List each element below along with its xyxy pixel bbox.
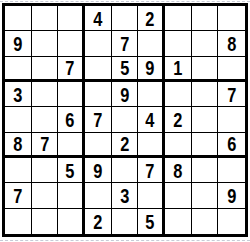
sudoku-cell-r6c1[interactable]: 8 — [5, 133, 32, 158]
sudoku-cell-r7c1[interactable] — [5, 158, 32, 183]
cell-digit: 6 — [227, 133, 236, 154]
sudoku-cell-r5c7[interactable]: 2 — [165, 107, 192, 132]
sudoku-cell-r6c7[interactable] — [165, 133, 192, 158]
sudoku-cell-r7c3[interactable]: 5 — [58, 158, 85, 183]
sudoku-cell-r2c3[interactable] — [58, 31, 85, 56]
cell-digit: 8 — [13, 133, 22, 154]
sudoku-cell-r3c5[interactable]: 5 — [112, 57, 139, 82]
sudoku-cell-r4c4[interactable] — [85, 82, 112, 107]
sudoku-cell-r9c2[interactable] — [32, 209, 59, 234]
sudoku-cell-r5c4[interactable]: 7 — [85, 107, 112, 132]
cell-digit: 8 — [227, 33, 236, 54]
sudoku-cell-r9c7[interactable] — [165, 209, 192, 234]
cell-digit: 7 — [93, 109, 102, 130]
cell-digit: 4 — [146, 109, 155, 130]
sudoku-cell-r2c5[interactable]: 7 — [112, 31, 139, 56]
cell-digit: 2 — [120, 133, 129, 154]
cell-digit: 5 — [120, 57, 129, 78]
sudoku-cell-r9c3[interactable] — [58, 209, 85, 234]
cell-digit: 5 — [66, 160, 75, 181]
sudoku-cell-r7c9[interactable] — [218, 158, 245, 183]
sudoku-cell-r1c8[interactable] — [192, 6, 219, 31]
cell-digit: 7 — [13, 185, 22, 206]
sudoku-cell-r2c4[interactable] — [85, 31, 112, 56]
cell-digit: 4 — [93, 8, 102, 29]
cell-digit: 9 — [13, 33, 22, 54]
sudoku-cell-r4c2[interactable] — [32, 82, 59, 107]
sudoku-cell-r7c7[interactable]: 8 — [165, 158, 192, 183]
sudoku-cell-r5c2[interactable] — [32, 107, 59, 132]
sudoku-cell-r1c5[interactable] — [112, 6, 139, 31]
sudoku-cell-r3c2[interactable] — [32, 57, 59, 82]
sudoku-cell-r4c1[interactable]: 3 — [5, 82, 32, 107]
sudoku-cell-r8c3[interactable] — [58, 183, 85, 208]
sudoku-cell-r3c6[interactable]: 9 — [138, 57, 165, 82]
sudoku-cell-r5c5[interactable] — [112, 107, 139, 132]
sudoku-cell-r9c6[interactable]: 5 — [138, 209, 165, 234]
sudoku-cell-r2c7[interactable] — [165, 31, 192, 56]
sudoku-cell-r1c9[interactable] — [218, 6, 245, 31]
sudoku-cell-r9c9[interactable] — [218, 209, 245, 234]
sudoku-cell-r9c1[interactable] — [5, 209, 32, 234]
cell-digit: 2 — [146, 8, 155, 29]
sudoku-cell-r6c6[interactable] — [138, 133, 165, 158]
cell-digit: 3 — [120, 185, 129, 206]
sudoku-board: 42978759139767428726597873925 — [2, 3, 248, 237]
sudoku-cell-r5c8[interactable] — [192, 107, 219, 132]
cell-digit: 7 — [40, 133, 49, 154]
cell-digit: 1 — [173, 57, 182, 78]
cell-digit: 3 — [13, 84, 22, 105]
sudoku-cell-r4c3[interactable] — [58, 82, 85, 107]
cell-digit: 8 — [173, 160, 182, 181]
sudoku-cell-r1c2[interactable] — [32, 6, 59, 31]
sudoku-cell-r6c8[interactable] — [192, 133, 219, 158]
sudoku-cell-r3c8[interactable] — [192, 57, 219, 82]
sudoku-cell-r4c9[interactable]: 7 — [218, 82, 245, 107]
cell-digit: 9 — [93, 160, 102, 181]
cell-digit: 5 — [146, 211, 155, 232]
sudoku-cell-r1c7[interactable] — [165, 6, 192, 31]
sudoku-cell-r2c2[interactable] — [32, 31, 59, 56]
sudoku-cell-r4c6[interactable] — [138, 82, 165, 107]
sudoku-cell-r8c9[interactable]: 9 — [218, 183, 245, 208]
sudoku-cell-r6c4[interactable] — [85, 133, 112, 158]
sudoku-cell-r9c8[interactable] — [192, 209, 219, 234]
sudoku-cell-r1c6[interactable]: 2 — [138, 6, 165, 31]
sudoku-cell-r6c3[interactable] — [58, 133, 85, 158]
sudoku-cell-r3c7[interactable]: 1 — [165, 57, 192, 82]
sudoku-cell-r2c8[interactable] — [192, 31, 219, 56]
sudoku-cell-r2c6[interactable] — [138, 31, 165, 56]
sudoku-cell-r4c5[interactable]: 9 — [112, 82, 139, 107]
sudoku-cell-r8c4[interactable] — [85, 183, 112, 208]
cell-digit: 7 — [66, 57, 75, 78]
sudoku-cell-r4c7[interactable] — [165, 82, 192, 107]
sudoku-cell-r8c5[interactable]: 3 — [112, 183, 139, 208]
sudoku-cell-r9c4[interactable]: 2 — [85, 209, 112, 234]
cell-digit: 7 — [146, 160, 155, 181]
cell-digit: 7 — [227, 84, 236, 105]
sudoku-cell-r5c6[interactable]: 4 — [138, 107, 165, 132]
sudoku-cell-r7c2[interactable] — [32, 158, 59, 183]
sudoku-cell-r6c2[interactable]: 7 — [32, 133, 59, 158]
sudoku-cell-r7c8[interactable] — [192, 158, 219, 183]
sudoku-cell-r8c7[interactable] — [165, 183, 192, 208]
sudoku-cell-r6c9[interactable]: 6 — [218, 133, 245, 158]
sudoku-cell-r5c1[interactable] — [5, 107, 32, 132]
sudoku-cell-r3c9[interactable] — [218, 57, 245, 82]
cell-digit: 2 — [93, 211, 102, 232]
sudoku-cell-r5c3[interactable]: 6 — [58, 107, 85, 132]
sudoku-cell-r5c9[interactable] — [218, 107, 245, 132]
sudoku-cell-r2c9[interactable]: 8 — [218, 31, 245, 56]
sudoku-cell-r9c5[interactable] — [112, 209, 139, 234]
spreadsheet-gridline-bottom — [0, 240, 250, 241]
cell-digit: 9 — [146, 57, 155, 78]
sudoku-cell-r2c1[interactable]: 9 — [5, 31, 32, 56]
sudoku-cell-r1c1[interactable] — [5, 6, 32, 31]
cell-digit: 7 — [120, 33, 129, 54]
sudoku-cell-r7c6[interactable]: 7 — [138, 158, 165, 183]
sudoku-cell-r8c1[interactable]: 7 — [5, 183, 32, 208]
sudoku-cell-r6c5[interactable]: 2 — [112, 133, 139, 158]
sudoku-cell-r3c4[interactable] — [85, 57, 112, 82]
cell-digit: 6 — [66, 109, 75, 130]
cell-digit: 9 — [227, 185, 236, 206]
sudoku-cell-r8c2[interactable] — [32, 183, 59, 208]
cell-digit: 9 — [120, 84, 129, 105]
sudoku-cell-r7c5[interactable] — [112, 158, 139, 183]
spreadsheet-gridline-top — [0, 1, 250, 2]
cell-digit: 2 — [173, 109, 182, 130]
sudoku-cell-r8c8[interactable] — [192, 183, 219, 208]
sudoku-cell-r1c4[interactable]: 4 — [85, 6, 112, 31]
sudoku-cell-r8c6[interactable] — [138, 183, 165, 208]
sudoku-cell-r3c3[interactable]: 7 — [58, 57, 85, 82]
sudoku-cell-r1c3[interactable] — [58, 6, 85, 31]
sudoku-cell-r7c4[interactable]: 9 — [85, 158, 112, 183]
sudoku-cell-r4c8[interactable] — [192, 82, 219, 107]
sudoku-cell-r3c1[interactable] — [5, 57, 32, 82]
